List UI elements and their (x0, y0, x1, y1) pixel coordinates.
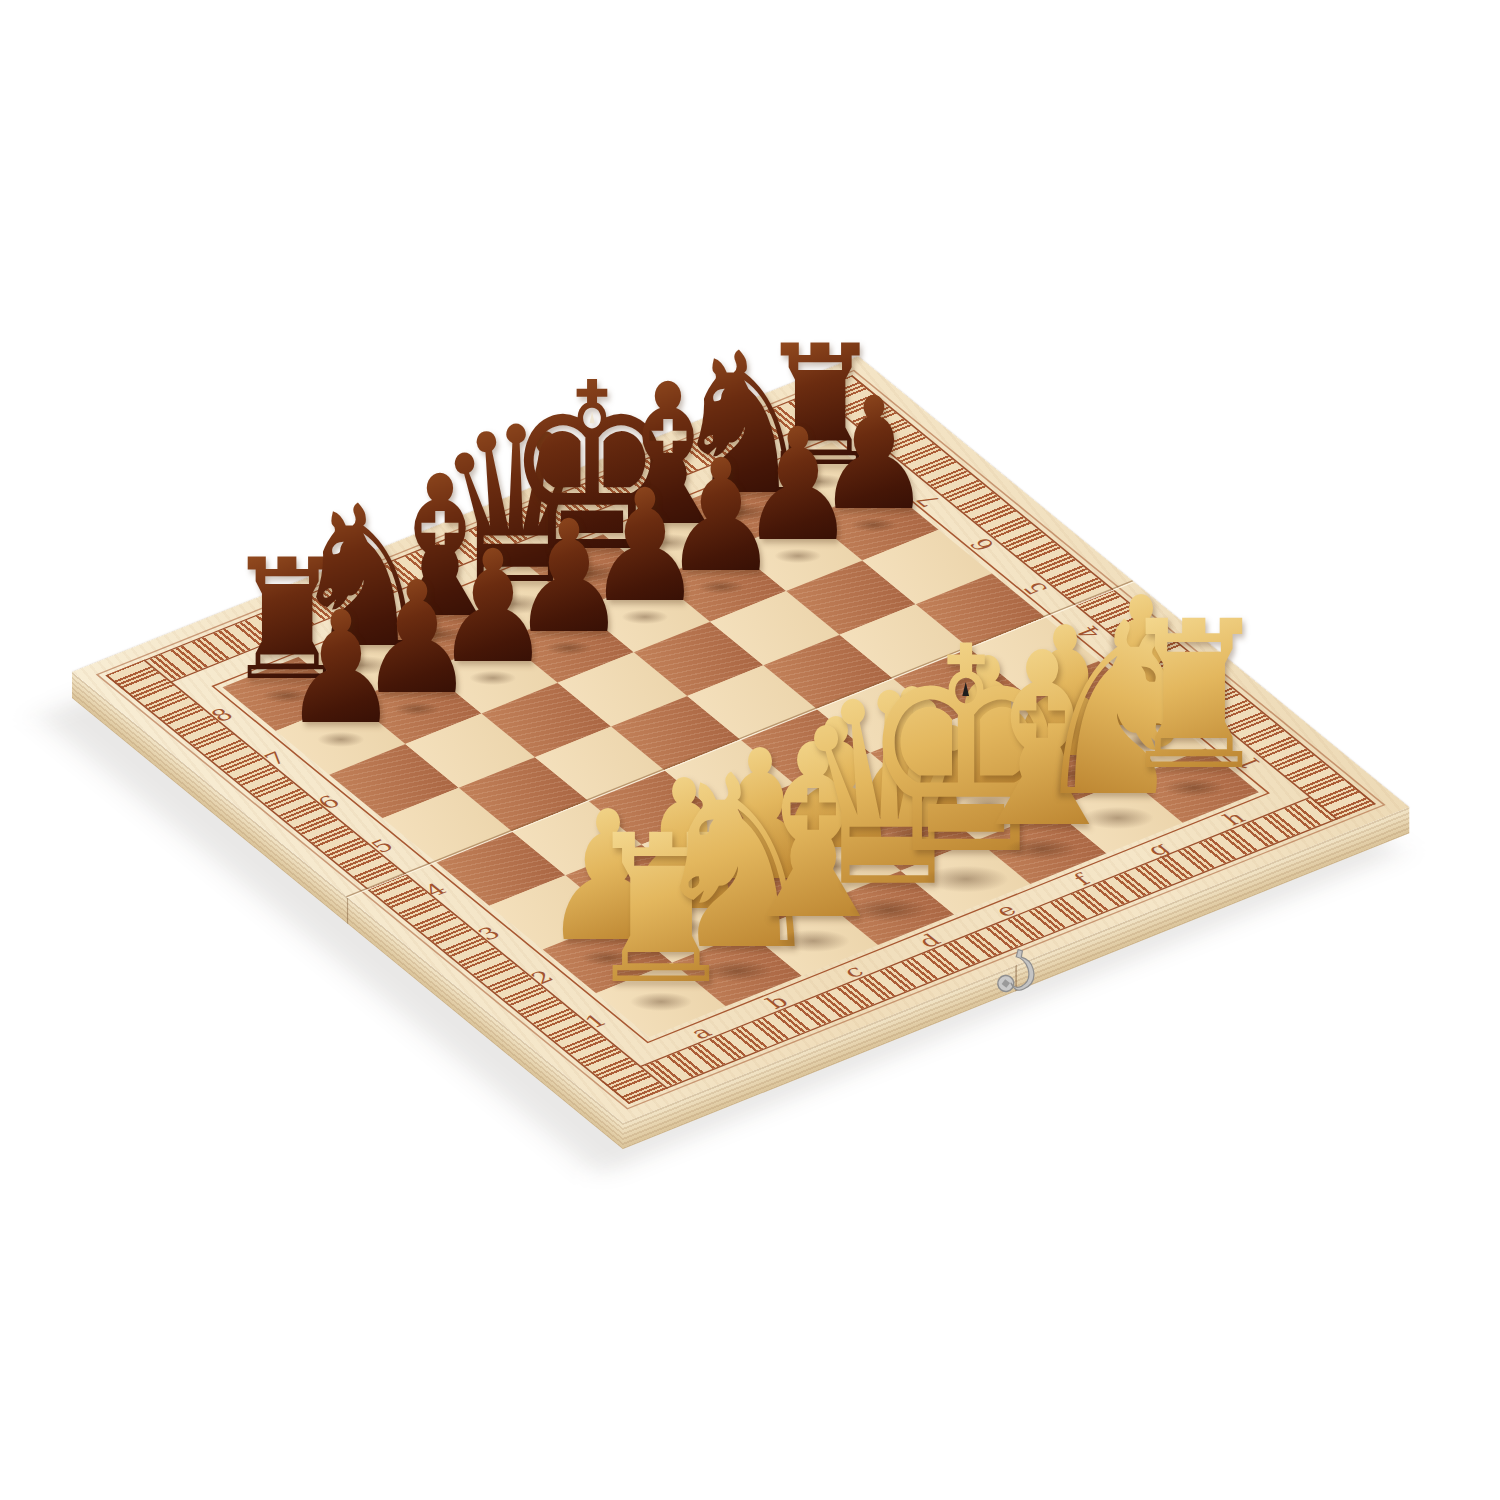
pieces-layer: ♜♞♝♛♚♝♞♜♟♟♟♟♟♟♟♟♟♟♟♟♟♟♟♟♜♞♝♛♚♝♞♜ (0, 0, 1500, 1500)
scene: 8765432187654321abcdefgh ♜♞♝♛♚♝♞♜♟♟♟♟♟♟♟… (0, 0, 1500, 1500)
piece-light-rook-h1[interactable]: ♜ (1117, 593, 1271, 797)
piece-dark-pawn-h7[interactable]: ♟ (815, 377, 932, 532)
